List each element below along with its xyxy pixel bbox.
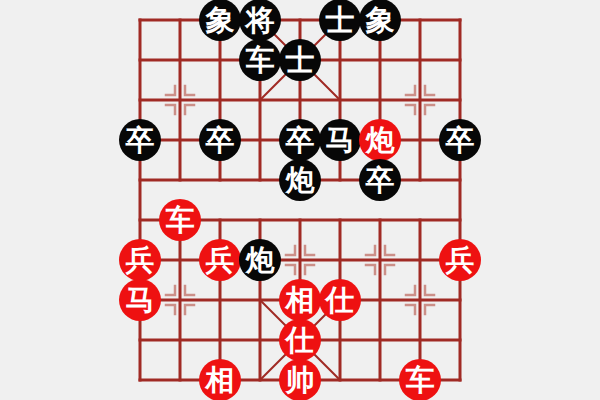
piece-red-elephant[interactable]: 相 [279, 279, 321, 321]
piece-black-advisor[interactable]: 士 [279, 39, 321, 81]
piece-black-king[interactable]: 将 [239, 0, 281, 41]
piece-black-elephant[interactable]: 象 [199, 0, 241, 41]
piece-black-pawn[interactable]: 卒 [279, 119, 321, 161]
piece-black-pawn[interactable]: 卒 [359, 159, 401, 201]
piece-black-pawn[interactable]: 卒 [119, 119, 161, 161]
piece-red-king[interactable]: 帅 [279, 359, 321, 400]
piece-black-pawn[interactable]: 卒 [439, 119, 481, 161]
piece-red-cannon[interactable]: 炮 [359, 119, 401, 161]
piece-red-pawn[interactable]: 兵 [439, 239, 481, 281]
piece-red-pawn[interactable]: 兵 [199, 239, 241, 281]
piece-black-pawn[interactable]: 卒 [199, 119, 241, 161]
piece-red-pawn[interactable]: 兵 [119, 239, 161, 281]
piece-black-cannon[interactable]: 炮 [239, 239, 281, 281]
piece-red-horse[interactable]: 马 [119, 279, 161, 321]
xiangqi-board: 象将士象车士卒卒卒马炮卒炮卒车兵兵炮兵马相仕仕相帅车 [0, 0, 600, 400]
piece-black-elephant[interactable]: 象 [359, 0, 401, 41]
piece-red-chariot[interactable]: 车 [399, 359, 441, 400]
board-grid[interactable]: 象将士象车士卒卒卒马炮卒炮卒车兵兵炮兵马相仕仕相帅车 [120, 0, 480, 400]
piece-red-elephant[interactable]: 相 [199, 359, 241, 400]
piece-red-advisor[interactable]: 仕 [279, 319, 321, 361]
piece-black-cannon[interactable]: 炮 [279, 159, 321, 201]
piece-red-advisor[interactable]: 仕 [319, 279, 361, 321]
piece-black-horse[interactable]: 马 [319, 119, 361, 161]
piece-black-advisor[interactable]: 士 [319, 0, 361, 41]
piece-black-chariot[interactable]: 车 [239, 39, 281, 81]
piece-red-chariot[interactable]: 车 [159, 199, 201, 241]
